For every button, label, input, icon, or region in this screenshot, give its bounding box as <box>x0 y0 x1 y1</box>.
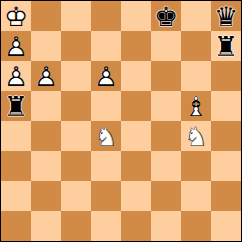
piece-white-knight[interactable]: ♞♘ <box>91 121 121 151</box>
square-a6[interactable]: ♟♙ <box>1 61 31 91</box>
square-d7[interactable] <box>91 31 121 61</box>
square-h1[interactable] <box>211 211 241 241</box>
square-e7[interactable] <box>121 31 151 61</box>
square-c2[interactable] <box>61 181 91 211</box>
square-f2[interactable] <box>151 181 181 211</box>
square-f7[interactable] <box>151 31 181 61</box>
square-b6[interactable]: ♟♙ <box>31 61 61 91</box>
square-b2[interactable] <box>31 181 61 211</box>
square-f3[interactable] <box>151 151 181 181</box>
square-a5[interactable]: ♜ <box>1 91 31 121</box>
square-h5[interactable] <box>211 91 241 121</box>
square-e8[interactable] <box>121 1 151 31</box>
square-a7[interactable]: ♟♙ <box>1 31 31 61</box>
square-c1[interactable] <box>61 211 91 241</box>
square-c5[interactable] <box>61 91 91 121</box>
square-h3[interactable] <box>211 151 241 181</box>
piece-black-rook[interactable]: ♜ <box>1 91 31 121</box>
rook-icon: ♜ <box>211 31 241 61</box>
square-d1[interactable] <box>91 211 121 241</box>
square-g5[interactable]: ♝♗ <box>181 91 211 121</box>
pawn-icon: ♙ <box>31 61 61 91</box>
piece-black-rook[interactable]: ♜ <box>211 31 241 61</box>
piece-black-queen[interactable]: ♛ <box>211 1 241 31</box>
square-g1[interactable] <box>181 211 211 241</box>
square-h6[interactable] <box>211 61 241 91</box>
square-f5[interactable] <box>151 91 181 121</box>
square-b3[interactable] <box>31 151 61 181</box>
square-e6[interactable] <box>121 61 151 91</box>
square-g4[interactable]: ♞♘ <box>181 121 211 151</box>
square-a3[interactable] <box>1 151 31 181</box>
piece-white-pawn[interactable]: ♟♙ <box>91 61 121 91</box>
square-e4[interactable] <box>121 121 151 151</box>
piece-black-king[interactable]: ♚ <box>151 1 181 31</box>
pawn-icon: ♙ <box>1 31 31 61</box>
square-e2[interactable] <box>121 181 151 211</box>
square-g3[interactable] <box>181 151 211 181</box>
square-a8[interactable]: ♚♔ <box>1 1 31 31</box>
square-g7[interactable] <box>181 31 211 61</box>
pawn-icon: ♙ <box>91 61 121 91</box>
square-f8[interactable]: ♚ <box>151 1 181 31</box>
piece-white-knight[interactable]: ♞♘ <box>181 121 211 151</box>
square-h8[interactable]: ♛ <box>211 1 241 31</box>
queen-icon: ♛ <box>211 1 241 31</box>
square-a2[interactable] <box>1 181 31 211</box>
square-f6[interactable] <box>151 61 181 91</box>
bishop-icon: ♗ <box>181 91 211 121</box>
square-b4[interactable] <box>31 121 61 151</box>
square-c4[interactable] <box>61 121 91 151</box>
square-c8[interactable] <box>61 1 91 31</box>
square-d5[interactable] <box>91 91 121 121</box>
pawn-icon: ♙ <box>1 61 31 91</box>
king-icon: ♔ <box>1 1 31 31</box>
square-b8[interactable] <box>31 1 61 31</box>
square-b7[interactable] <box>31 31 61 61</box>
square-e1[interactable] <box>121 211 151 241</box>
square-d2[interactable] <box>91 181 121 211</box>
piece-white-pawn[interactable]: ♟♙ <box>31 61 61 91</box>
piece-white-pawn[interactable]: ♟♙ <box>1 31 31 61</box>
rook-icon: ♜ <box>1 91 31 121</box>
square-c3[interactable] <box>61 151 91 181</box>
square-d4[interactable]: ♞♘ <box>91 121 121 151</box>
piece-white-bishop[interactable]: ♝♗ <box>181 91 211 121</box>
piece-white-king[interactable]: ♚♔ <box>1 1 31 31</box>
square-f1[interactable] <box>151 211 181 241</box>
knight-icon: ♘ <box>181 121 211 151</box>
square-h2[interactable] <box>211 181 241 211</box>
square-d6[interactable]: ♟♙ <box>91 61 121 91</box>
square-b5[interactable] <box>31 91 61 121</box>
square-g6[interactable] <box>181 61 211 91</box>
square-a4[interactable] <box>1 121 31 151</box>
square-c7[interactable] <box>61 31 91 61</box>
square-g8[interactable] <box>181 1 211 31</box>
square-e3[interactable] <box>121 151 151 181</box>
piece-white-pawn[interactable]: ♟♙ <box>1 61 31 91</box>
square-e5[interactable] <box>121 91 151 121</box>
square-f4[interactable] <box>151 121 181 151</box>
square-c6[interactable] <box>61 61 91 91</box>
chess-board: ♚♔♚♛♟♙♜♟♙♟♙♟♙♜♝♗♞♘♞♘ <box>0 0 242 242</box>
king-icon: ♚ <box>151 1 181 31</box>
square-h4[interactable] <box>211 121 241 151</box>
square-g2[interactable] <box>181 181 211 211</box>
square-a1[interactable] <box>1 211 31 241</box>
square-b1[interactable] <box>31 211 61 241</box>
knight-icon: ♘ <box>91 121 121 151</box>
square-h7[interactable]: ♜ <box>211 31 241 61</box>
square-d8[interactable] <box>91 1 121 31</box>
square-d3[interactable] <box>91 151 121 181</box>
